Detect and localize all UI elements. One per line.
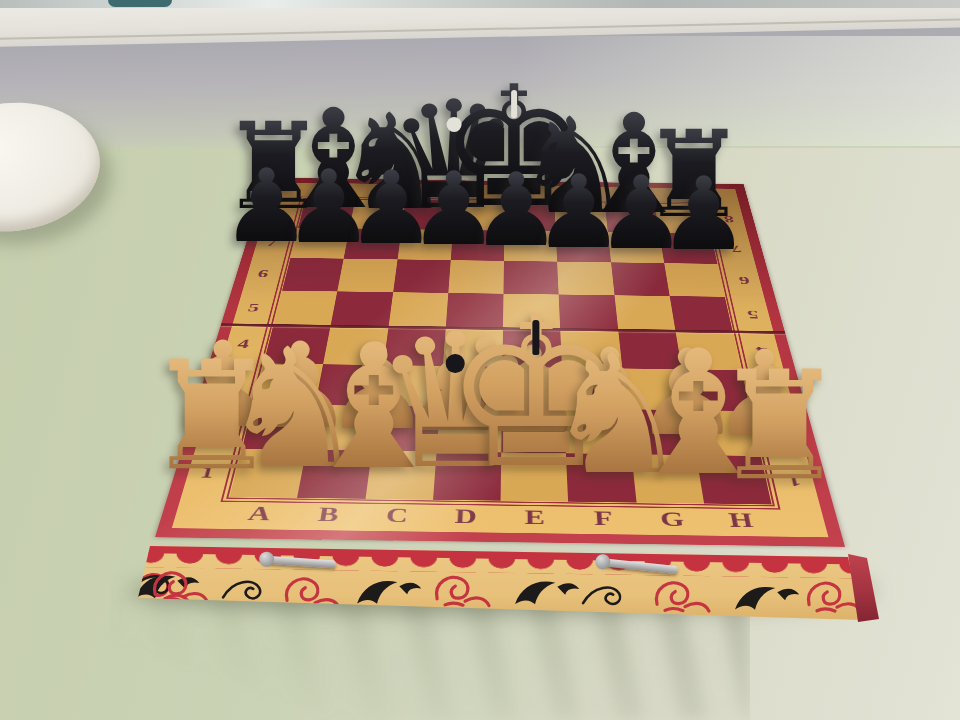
- square-f5[interactable]: [559, 294, 618, 330]
- square-h7[interactable]: [659, 233, 717, 264]
- square-b3[interactable]: [315, 364, 383, 406]
- square-c2[interactable]: [372, 406, 440, 451]
- square-e3[interactable]: [502, 367, 564, 409]
- square-a6[interactable]: [282, 258, 344, 291]
- square-c1[interactable]: [365, 450, 436, 499]
- square-a1[interactable]: [230, 449, 307, 498]
- square-h5[interactable]: [669, 296, 732, 332]
- square-b2[interactable]: [307, 405, 378, 450]
- file-label-c: C: [361, 500, 433, 532]
- square-e7[interactable]: [504, 230, 557, 261]
- square-g1[interactable]: [631, 454, 704, 504]
- square-b8[interactable]: [350, 200, 405, 229]
- square-d4[interactable]: [443, 328, 503, 367]
- square-g2[interactable]: [626, 409, 696, 455]
- square-e2[interactable]: [501, 408, 566, 453]
- square-c4[interactable]: [383, 327, 446, 366]
- rank-label-right-4: 4: [739, 332, 785, 371]
- file-label-f: F: [568, 503, 639, 535]
- square-g3[interactable]: [622, 368, 689, 410]
- square-g6[interactable]: [611, 262, 670, 295]
- square-f1[interactable]: [566, 453, 636, 503]
- file-label-e: E: [500, 502, 569, 534]
- square-f4[interactable]: [560, 329, 621, 368]
- rank-label-right-8: 8: [710, 205, 749, 234]
- square-e1[interactable]: [501, 452, 569, 502]
- rank-label-right-6: 6: [723, 264, 765, 297]
- chess-board: ABCDEFGH1234567812345678: [155, 178, 845, 547]
- square-d7[interactable]: [451, 230, 505, 261]
- square-a2[interactable]: [242, 404, 315, 449]
- square-h3[interactable]: [682, 369, 751, 411]
- square-h1[interactable]: [696, 455, 772, 505]
- square-f3[interactable]: [562, 367, 626, 409]
- square-e8[interactable]: [504, 202, 556, 231]
- square-a5[interactable]: [273, 290, 337, 326]
- file-label-a: A: [221, 498, 296, 530]
- board-scene: ABCDEFGH1234567812345678: [152, 181, 848, 542]
- square-g5[interactable]: [614, 295, 675, 331]
- square-e6[interactable]: [503, 261, 558, 294]
- square-d6[interactable]: [448, 260, 504, 293]
- square-b4[interactable]: [323, 326, 388, 365]
- square-f2[interactable]: [564, 408, 631, 454]
- wall-shadow-highlight: [520, 36, 960, 146]
- square-c5[interactable]: [388, 292, 448, 328]
- square-g8[interactable]: [604, 203, 659, 232]
- square-h8[interactable]: [654, 204, 710, 233]
- square-h6[interactable]: [664, 263, 725, 296]
- square-d3[interactable]: [440, 366, 503, 408]
- square-c6[interactable]: [393, 259, 451, 292]
- square-g7[interactable]: [607, 232, 664, 263]
- square-h2[interactable]: [688, 410, 760, 456]
- photo-scene: ABCDEFGH1234567812345678: [0, 0, 960, 720]
- square-a3[interactable]: [253, 363, 323, 405]
- square-d2[interactable]: [436, 407, 501, 452]
- square-a4[interactable]: [264, 325, 331, 364]
- teal-object: [108, 0, 172, 7]
- square-b1[interactable]: [297, 449, 371, 498]
- square-a8[interactable]: [298, 199, 355, 228]
- rank-label-right-5: 5: [731, 297, 775, 333]
- file-label-g: G: [636, 504, 709, 536]
- file-label-d: D: [430, 501, 500, 533]
- square-h4[interactable]: [675, 331, 741, 370]
- square-d8[interactable]: [453, 201, 505, 230]
- file-label-b: B: [291, 499, 365, 531]
- square-b5[interactable]: [331, 291, 393, 327]
- square-c3[interactable]: [378, 365, 443, 407]
- file-label-h: H: [704, 505, 779, 537]
- square-f6[interactable]: [557, 262, 614, 295]
- square-d5[interactable]: [446, 293, 504, 329]
- square-e4[interactable]: [502, 329, 562, 368]
- square-f8[interactable]: [555, 203, 608, 232]
- square-b6[interactable]: [337, 259, 397, 292]
- square-f7[interactable]: [556, 231, 611, 262]
- square-c8[interactable]: [401, 201, 455, 230]
- rank-label-right-7: 7: [716, 233, 757, 264]
- square-b7[interactable]: [344, 228, 401, 259]
- board-squares: [230, 199, 772, 504]
- square-c7[interactable]: [397, 229, 453, 260]
- square-g4[interactable]: [618, 330, 682, 369]
- square-a7[interactable]: [290, 228, 349, 259]
- square-d1[interactable]: [433, 451, 501, 500]
- square-e5[interactable]: [503, 294, 560, 330]
